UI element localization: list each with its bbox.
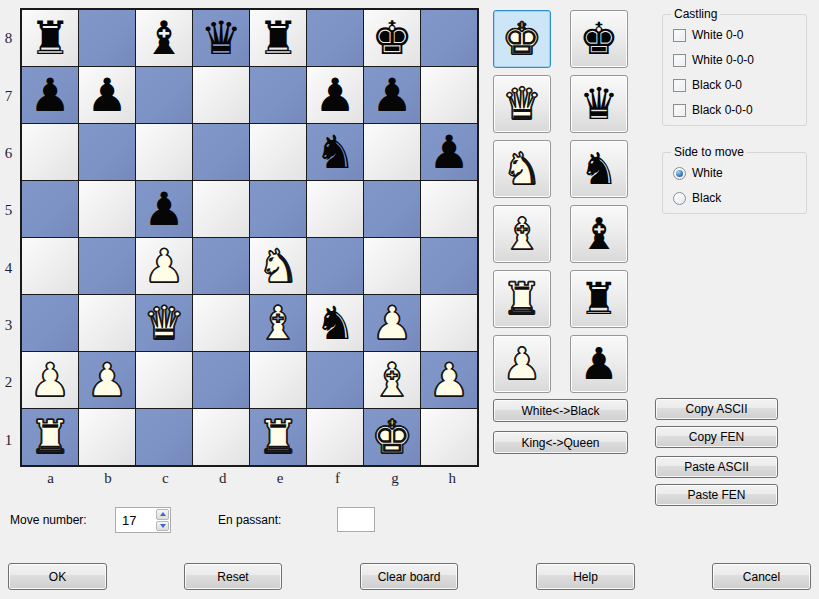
square-a6[interactable]: [22, 124, 78, 180]
side-radio-label: Black: [692, 191, 721, 205]
square-c2[interactable]: [136, 352, 192, 408]
white-queen-icon: ♛: [502, 82, 541, 126]
rank-label-8: 8: [0, 10, 17, 67]
square-g4[interactable]: [364, 238, 420, 294]
file-label-h: h: [424, 470, 481, 487]
square-f6[interactable]: ♞: [307, 124, 363, 180]
spin-down-button[interactable]: [156, 521, 169, 532]
white-knight-icon: ♞: [257, 243, 298, 289]
square-e3[interactable]: ♝: [250, 295, 306, 351]
file-label-g: g: [366, 470, 423, 487]
down-arrow-icon: [160, 524, 166, 528]
square-a1[interactable]: ♜: [22, 409, 78, 465]
palette-black-bishop-button[interactable]: ♝: [570, 205, 628, 263]
white-rook-icon: ♜: [502, 277, 541, 321]
black-pawn-icon: ♟: [86, 72, 127, 118]
rank-label-4: 4: [0, 240, 17, 297]
side-radio-label: White: [692, 166, 723, 180]
square-a3[interactable]: [22, 295, 78, 351]
square-e8[interactable]: ♜: [250, 10, 306, 66]
square-b6[interactable]: [79, 124, 135, 180]
square-f2[interactable]: [307, 352, 363, 408]
palette-black-knight-button[interactable]: ♞: [570, 140, 628, 198]
white-queen-icon: ♛: [143, 300, 184, 346]
black-rook-icon: ♜: [29, 15, 70, 61]
side-to-move-options: WhiteBlack: [663, 153, 806, 205]
palette-black-rook-button[interactable]: ♜: [570, 270, 628, 328]
clear-board-button[interactable]: Clear board: [360, 563, 458, 590]
square-h4[interactable]: [421, 238, 477, 294]
castling-option-row: White 0-0-0: [673, 53, 806, 67]
paste-ascii-button[interactable]: Paste ASCII: [655, 456, 778, 478]
spin-up-button[interactable]: [156, 509, 169, 520]
move-number-label: Move number:: [10, 513, 87, 527]
copy-ascii-button[interactable]: Copy ASCII: [655, 398, 778, 420]
square-e2[interactable]: [250, 352, 306, 408]
square-b5[interactable]: [79, 181, 135, 237]
black-rook-icon: ♜: [257, 15, 298, 61]
white-rook-icon: ♜: [29, 414, 70, 460]
ok-button[interactable]: OK: [8, 563, 107, 590]
square-d5[interactable]: [193, 181, 249, 237]
move-number-input[interactable]: [116, 508, 155, 532]
file-label-e: e: [252, 470, 309, 487]
square-f7[interactable]: ♟: [307, 67, 363, 123]
castling-checkbox-label: Black 0-0: [692, 78, 742, 92]
square-f5[interactable]: [307, 181, 363, 237]
swap-color-button[interactable]: White<->Black: [493, 399, 628, 422]
black-bishop-icon: ♝: [143, 15, 184, 61]
castling-checkbox-0[interactable]: [673, 29, 686, 42]
palette-white-queen-button[interactable]: ♛: [493, 75, 551, 133]
palette-white-pawn-button[interactable]: ♟: [493, 335, 551, 393]
white-king-icon: ♚: [371, 414, 412, 460]
square-g2[interactable]: ♝: [364, 352, 420, 408]
black-king-icon: ♚: [371, 15, 412, 61]
square-h8[interactable]: [421, 10, 477, 66]
castling-checkbox-label: White 0-0: [692, 28, 743, 42]
swap-king-queen-button[interactable]: King<->Queen: [493, 431, 628, 454]
square-c5[interactable]: ♟: [136, 181, 192, 237]
white-bishop-icon: ♝: [502, 212, 541, 256]
file-label-f: f: [309, 470, 366, 487]
palette-white-bishop-button[interactable]: ♝: [493, 205, 551, 263]
square-h5[interactable]: [421, 181, 477, 237]
castling-option-row: White 0-0: [673, 28, 806, 42]
white-pawn-icon: ♟: [86, 357, 127, 403]
move-number-stepper: [115, 507, 171, 533]
rank-label-7: 7: [0, 67, 17, 124]
black-pawn-icon: ♟: [143, 186, 184, 232]
black-pawn-icon: ♟: [428, 129, 469, 175]
spin-buttons: [155, 508, 170, 532]
side-option-row: White: [673, 166, 806, 180]
white-pawn-icon: ♟: [29, 357, 70, 403]
square-c1[interactable]: [136, 409, 192, 465]
white-king-icon: ♚: [502, 17, 541, 61]
white-pawn-icon: ♟: [143, 243, 184, 289]
square-e1[interactable]: ♜: [250, 409, 306, 465]
square-f8[interactable]: [307, 10, 363, 66]
square-a5[interactable]: [22, 181, 78, 237]
square-f1[interactable]: [307, 409, 363, 465]
black-pawn-icon: ♟: [371, 72, 412, 118]
file-label-a: a: [22, 470, 79, 487]
white-bishop-icon: ♝: [257, 300, 298, 346]
palette-white-rook-button[interactable]: ♜: [493, 270, 551, 328]
square-d4[interactable]: [193, 238, 249, 294]
black-knight-icon: ♞: [314, 129, 355, 175]
square-h7[interactable]: [421, 67, 477, 123]
square-h1[interactable]: [421, 409, 477, 465]
white-pawn-icon: ♟: [371, 300, 412, 346]
square-g5[interactable]: [364, 181, 420, 237]
square-b7[interactable]: ♟: [79, 67, 135, 123]
copy-fen-button[interactable]: Copy FEN: [655, 426, 778, 448]
cancel-button[interactable]: Cancel: [712, 563, 811, 590]
rank-labels: 87654321: [0, 10, 17, 469]
position-setup-dialog: 87654321 ♜♝♛♜♚♟♟♟♟♞♟♟♟♞♛♝♞♟♟♟♝♟♜♜♚ abcde…: [0, 0, 819, 599]
up-arrow-icon: [160, 512, 166, 516]
castling-checkbox-label: Black 0-0-0: [692, 103, 753, 117]
palette-white-king-button[interactable]: ♚: [493, 10, 551, 68]
rank-label-6: 6: [0, 125, 17, 182]
square-d7[interactable]: [193, 67, 249, 123]
rank-label-5: 5: [0, 182, 17, 239]
side-radio-white[interactable]: [673, 167, 686, 180]
square-d1[interactable]: [193, 409, 249, 465]
square-g3[interactable]: ♟: [364, 295, 420, 351]
square-b1[interactable]: [79, 409, 135, 465]
square-b4[interactable]: [79, 238, 135, 294]
black-pawn-icon: ♟: [29, 72, 70, 118]
square-e6[interactable]: [250, 124, 306, 180]
square-f4[interactable]: [307, 238, 363, 294]
palette-white-knight-button[interactable]: ♞: [493, 140, 551, 198]
side-radio-black[interactable]: [673, 192, 686, 205]
en-passant-input[interactable]: [337, 507, 375, 532]
square-h3[interactable]: [421, 295, 477, 351]
rank-label-2: 2: [0, 354, 17, 411]
palette-black-king-button[interactable]: ♚: [570, 10, 628, 68]
white-pawn-icon: ♟: [428, 357, 469, 403]
castling-checkbox-2[interactable]: [673, 79, 686, 92]
square-c8[interactable]: ♝: [136, 10, 192, 66]
square-b8[interactable]: [79, 10, 135, 66]
chess-board: ♜♝♛♜♚♟♟♟♟♞♟♟♟♞♛♝♞♟♟♟♝♟♜♜♚: [20, 8, 479, 467]
square-b3[interactable]: [79, 295, 135, 351]
square-d3[interactable]: [193, 295, 249, 351]
castling-checkbox-1[interactable]: [673, 54, 686, 67]
square-g8[interactable]: ♚: [364, 10, 420, 66]
white-rook-icon: ♜: [257, 414, 298, 460]
square-c3[interactable]: ♛: [136, 295, 192, 351]
castling-options: White 0-0White 0-0-0Black 0-0Black 0-0-0: [663, 15, 806, 117]
piece-palette: ♚♚♛♛♞♞♝♝♜♜♟♟: [493, 10, 628, 393]
help-button[interactable]: Help: [536, 563, 635, 590]
square-e7[interactable]: [250, 67, 306, 123]
square-a2[interactable]: ♟: [22, 352, 78, 408]
square-g1[interactable]: ♚: [364, 409, 420, 465]
black-king-icon: ♚: [579, 17, 618, 61]
black-pawn-icon: ♟: [579, 342, 618, 386]
square-h6[interactable]: ♟: [421, 124, 477, 180]
black-queen-icon: ♛: [200, 15, 241, 61]
black-queen-icon: ♛: [579, 82, 618, 126]
rank-label-1: 1: [0, 412, 17, 469]
black-knight-icon: ♞: [579, 147, 618, 191]
white-bishop-icon: ♝: [371, 357, 412, 403]
rank-label-3: 3: [0, 297, 17, 354]
castling-option-row: Black 0-0: [673, 78, 806, 92]
square-a8[interactable]: ♜: [22, 10, 78, 66]
file-label-b: b: [79, 470, 136, 487]
white-knight-icon: ♞: [502, 147, 541, 191]
paste-fen-button[interactable]: Paste FEN: [655, 484, 778, 506]
square-c6[interactable]: [136, 124, 192, 180]
file-labels: abcdefgh: [22, 470, 481, 487]
side-to-move-group-title: Side to move: [671, 145, 747, 159]
black-bishop-icon: ♝: [579, 212, 618, 256]
square-d8[interactable]: ♛: [193, 10, 249, 66]
black-rook-icon: ♜: [579, 277, 618, 321]
castling-option-row: Black 0-0-0: [673, 103, 806, 117]
square-b2[interactable]: ♟: [79, 352, 135, 408]
white-pawn-icon: ♟: [502, 342, 541, 386]
palette-black-queen-button[interactable]: ♛: [570, 75, 628, 133]
square-h2[interactable]: ♟: [421, 352, 477, 408]
square-a7[interactable]: ♟: [22, 67, 78, 123]
square-a4[interactable]: [22, 238, 78, 294]
square-f3[interactable]: ♞: [307, 295, 363, 351]
square-e5[interactable]: [250, 181, 306, 237]
square-d6[interactable]: [193, 124, 249, 180]
black-knight-icon: ♞: [314, 300, 355, 346]
file-label-d: d: [194, 470, 251, 487]
en-passant-label: En passant:: [218, 513, 281, 527]
black-pawn-icon: ♟: [314, 72, 355, 118]
square-g7[interactable]: ♟: [364, 67, 420, 123]
castling-checkbox-label: White 0-0-0: [692, 53, 754, 67]
side-to-move-group: Side to move WhiteBlack: [662, 152, 807, 214]
palette-black-pawn-button[interactable]: ♟: [570, 335, 628, 393]
side-option-row: Black: [673, 191, 806, 205]
castling-group: Castling White 0-0White 0-0-0Black 0-0Bl…: [662, 14, 807, 126]
castling-checkbox-3[interactable]: [673, 104, 686, 117]
castling-group-title: Castling: [671, 7, 720, 21]
square-c7[interactable]: [136, 67, 192, 123]
square-g6[interactable]: [364, 124, 420, 180]
square-c4[interactable]: ♟: [136, 238, 192, 294]
file-label-c: c: [137, 470, 194, 487]
reset-button[interactable]: Reset: [184, 563, 282, 590]
square-d2[interactable]: [193, 352, 249, 408]
square-e4[interactable]: ♞: [250, 238, 306, 294]
